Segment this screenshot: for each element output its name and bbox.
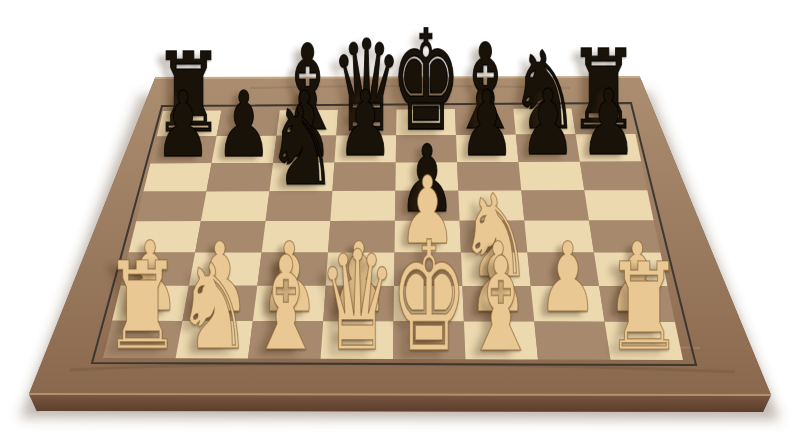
square-a4[interactable] [129, 221, 201, 252]
square-c3[interactable] [257, 253, 328, 286]
square-g3[interactable] [527, 252, 599, 286]
square-c7[interactable] [273, 136, 336, 163]
square-d4[interactable] [328, 221, 395, 253]
square-c6[interactable] [269, 163, 334, 192]
square-b1[interactable] [176, 321, 253, 359]
square-h8[interactable] [572, 108, 636, 134]
square-b4[interactable] [195, 221, 266, 253]
square-e6[interactable] [395, 162, 458, 191]
square-f3[interactable] [461, 252, 531, 286]
square-f6[interactable] [457, 162, 521, 191]
square-b8[interactable] [217, 110, 280, 136]
square-g8[interactable] [513, 108, 575, 134]
square-f7[interactable] [456, 135, 519, 163]
square-f8[interactable] [455, 109, 516, 135]
chess-board [0, 0, 800, 439]
square-e1[interactable] [393, 321, 466, 359]
square-b2[interactable] [182, 286, 257, 321]
square-d8[interactable] [336, 110, 396, 136]
square-e7[interactable] [396, 135, 457, 163]
square-d6[interactable] [332, 162, 395, 191]
square-d3[interactable] [326, 253, 395, 286]
square-f2[interactable] [462, 286, 534, 322]
square-a1[interactable] [103, 321, 182, 359]
square-h1[interactable] [605, 322, 683, 360]
square-g4[interactable] [524, 221, 594, 253]
square-e2[interactable] [394, 286, 464, 322]
square-b5[interactable] [201, 191, 270, 221]
square-g6[interactable] [519, 162, 585, 191]
square-b6[interactable] [206, 163, 273, 192]
square-a7[interactable] [150, 136, 216, 163]
square-a6[interactable] [143, 163, 211, 191]
square-e5[interactable] [395, 191, 460, 221]
square-h7[interactable] [576, 134, 642, 162]
top-edge-highlight [155, 77, 640, 78]
chess-photo-scene: ♜♝♛♚♝♞♜♟♟♟♟♟♟♟♞♟♟♞♟♟♟♟♟♟♟♜♞♝♛♚♝♜ [0, 0, 800, 439]
square-g2[interactable] [531, 286, 605, 322]
square-b3[interactable] [189, 253, 262, 286]
square-d5[interactable] [330, 191, 395, 221]
square-a5[interactable] [136, 191, 206, 221]
square-e4[interactable] [395, 221, 462, 253]
square-f4[interactable] [460, 221, 528, 253]
square-c8[interactable] [277, 110, 339, 136]
square-e3[interactable] [394, 252, 462, 286]
square-c5[interactable] [266, 191, 333, 221]
square-h3[interactable] [594, 252, 668, 286]
square-d7[interactable] [334, 135, 396, 162]
square-c4[interactable] [262, 221, 331, 253]
square-c2[interactable] [253, 286, 326, 321]
square-d2[interactable] [323, 286, 394, 322]
square-f1[interactable] [464, 322, 538, 360]
square-h6[interactable] [580, 161, 647, 190]
square-e8[interactable] [396, 109, 456, 135]
square-d1[interactable] [321, 321, 394, 359]
square-h2[interactable] [599, 286, 675, 322]
square-a8[interactable] [157, 111, 222, 137]
square-h5[interactable] [584, 190, 653, 220]
front-edge-highlight [29, 394, 771, 395]
square-g7[interactable] [516, 134, 580, 162]
square-b7[interactable] [212, 136, 277, 163]
square-f5[interactable] [458, 191, 524, 221]
square-a3[interactable] [121, 253, 196, 286]
square-c1[interactable] [248, 321, 323, 359]
square-a2[interactable] [112, 286, 189, 321]
square-g1[interactable] [534, 322, 610, 360]
board-front-side-face [29, 394, 771, 412]
square-h4[interactable] [589, 220, 660, 252]
square-g5[interactable] [521, 190, 589, 220]
